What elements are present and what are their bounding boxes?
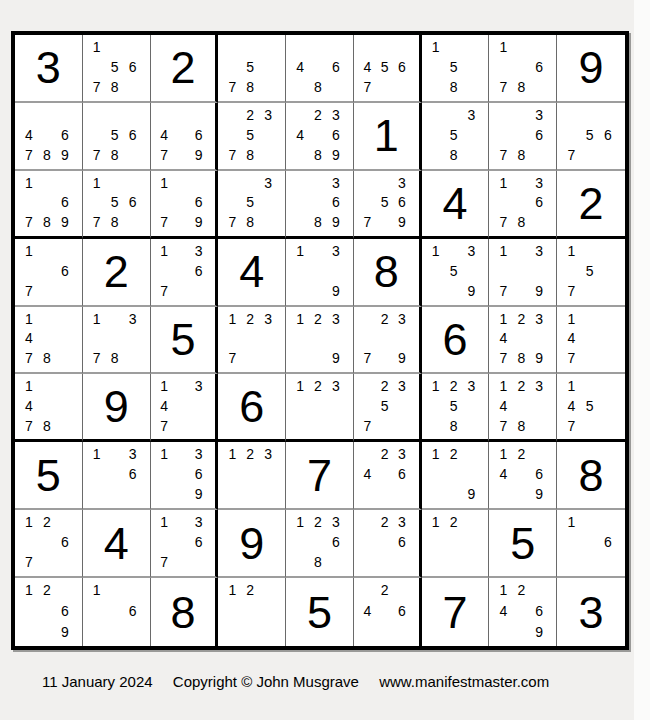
given-digit: 7 (422, 578, 489, 646)
cell-r6c9: 1457 (557, 374, 625, 442)
candidate-digit: 7 (494, 145, 512, 165)
cell-r3c7: 4 (422, 171, 490, 239)
candidate-digit: 6 (124, 125, 142, 145)
candidate-digit: 7 (20, 416, 38, 436)
candidate-digit: 7 (156, 212, 173, 232)
candidate-digit: 7 (156, 552, 173, 572)
candidate-grid: 1359 (422, 239, 489, 305)
candidate-digit: 3 (259, 309, 277, 329)
cell-r6c1: 1478 (15, 374, 83, 442)
cell-r6c5: 123 (286, 374, 354, 442)
candidate-digit: 8 (106, 212, 124, 232)
candidate-digit: 1 (562, 241, 580, 261)
cell-r2c7: 358 (422, 103, 490, 171)
cell-r7c5: 7 (286, 442, 354, 510)
candidate-grid: 12469 (489, 442, 556, 508)
candidate-digit: 1 (291, 241, 309, 261)
candidate-digit: 4 (359, 57, 376, 77)
candidate-digit: 2 (445, 376, 463, 396)
candidate-digit: 8 (38, 145, 56, 165)
candidate-digit: 8 (512, 77, 530, 97)
candidate-digit: 1 (20, 241, 38, 261)
cell-r1c7: 158 (422, 35, 490, 103)
candidate-digit: 2 (376, 376, 393, 396)
candidate-grid: 1679 (151, 171, 216, 236)
candidate-digit: 7 (223, 212, 241, 232)
cell-r2c5: 234689 (286, 103, 354, 171)
cell-r8c8: 5 (489, 510, 557, 578)
cell-r3c1: 16789 (15, 171, 83, 239)
candidate-digit: 3 (393, 512, 410, 532)
candidate-digit: 6 (124, 464, 142, 484)
candidate-grid: 1267 (15, 510, 82, 576)
candidate-digit: 7 (562, 416, 580, 436)
cell-r4c2: 2 (83, 239, 151, 307)
candidate-digit: 1 (562, 309, 580, 329)
candidate-digit: 7 (88, 145, 106, 165)
candidate-digit: 1 (88, 37, 106, 57)
candidate-digit: 5 (106, 192, 124, 212)
cell-r1c6: 4567 (354, 35, 422, 103)
candidate-digit: 8 (309, 145, 327, 165)
candidate-grid: 1457 (557, 374, 625, 439)
candidate-digit: 1 (88, 309, 106, 329)
candidate-digit: 2 (38, 512, 56, 532)
given-digit: 6 (422, 307, 489, 373)
footer-date: 11 January 2024 (42, 673, 153, 690)
candidate-digit: 7 (494, 281, 512, 301)
candidate-digit: 3 (530, 309, 548, 329)
candidate-grid: 1237 (218, 307, 285, 373)
candidate-digit: 3 (124, 444, 142, 464)
candidate-digit: 1 (156, 444, 173, 464)
candidate-digit: 7 (156, 416, 173, 436)
candidate-digit: 6 (530, 192, 548, 212)
candidate-digit: 7 (494, 416, 512, 436)
candidate-digit: 7 (88, 212, 106, 232)
candidate-digit: 8 (512, 348, 530, 368)
candidate-digit: 3 (327, 309, 345, 329)
candidate-grid: 12469 (489, 578, 556, 646)
candidate-grid: 136 (83, 442, 150, 508)
candidate-grid: 1269 (15, 578, 82, 646)
page-right-margin (634, 0, 650, 720)
candidate-digit: 5 (445, 396, 463, 416)
candidate-digit: 6 (124, 57, 142, 77)
candidate-digit: 7 (156, 281, 173, 301)
candidate-grid: 1367 (151, 239, 216, 305)
candidate-digit: 3 (393, 173, 410, 193)
given-digit: 7 (286, 442, 353, 508)
candidate-grid: 2346 (354, 442, 419, 508)
given-digit: 3 (557, 578, 625, 646)
cell-r7c7: 129 (422, 442, 490, 510)
candidate-digit: 2 (241, 105, 259, 125)
candidate-digit: 7 (20, 212, 38, 232)
candidate-digit: 3 (259, 444, 277, 464)
candidate-digit: 8 (241, 77, 259, 97)
candidate-digit: 1 (427, 512, 445, 532)
candidate-digit: 7 (88, 348, 106, 368)
candidate-digit: 3 (259, 105, 277, 125)
candidate-digit: 1 (156, 512, 173, 532)
candidate-digit: 3 (530, 376, 548, 396)
cell-r2c6: 1 (354, 103, 422, 171)
candidate-digit: 5 (445, 261, 463, 281)
candidate-digit: 2 (512, 580, 530, 601)
candidate-digit: 1 (88, 444, 106, 464)
candidate-grid: 1378 (83, 307, 150, 373)
candidate-digit: 6 (56, 601, 74, 622)
cell-r6c6: 2357 (354, 374, 422, 442)
candidate-digit: 1 (494, 241, 512, 261)
cell-r1c5: 468 (286, 35, 354, 103)
candidate-digit: 1 (494, 309, 512, 329)
given-digit: 5 (151, 307, 216, 373)
cell-r7c2: 136 (83, 442, 151, 510)
candidate-grid: 1367 (151, 510, 216, 576)
candidate-digit: 6 (327, 532, 345, 552)
candidate-digit: 6 (530, 57, 548, 77)
candidate-digit: 5 (106, 57, 124, 77)
candidate-digit: 5 (580, 125, 598, 145)
candidate-grid: 23578 (218, 103, 285, 169)
candidate-digit: 2 (309, 376, 327, 396)
cell-r1c3: 2 (151, 35, 219, 103)
cell-r2c8: 3678 (489, 103, 557, 171)
candidate-grid: 12 (218, 578, 285, 646)
candidate-grid: 12 (422, 510, 489, 576)
cell-r6c8: 123478 (489, 374, 557, 442)
candidate-grid: 16789 (15, 171, 82, 236)
given-digit: 8 (557, 442, 625, 508)
candidate-digit: 8 (38, 212, 56, 232)
candidate-digit: 7 (223, 145, 241, 165)
candidate-digit: 1 (494, 173, 512, 193)
candidate-digit: 7 (223, 77, 241, 97)
candidate-grid: 1478 (15, 374, 82, 439)
cell-r4c8: 1379 (489, 239, 557, 307)
candidate-digit: 6 (327, 57, 345, 77)
cell-r9c2: 16 (83, 578, 151, 646)
candidate-grid: 2357 (354, 374, 419, 439)
candidate-digit: 1 (427, 444, 445, 464)
candidate-digit: 9 (190, 145, 207, 165)
cell-r5c7: 6 (422, 307, 490, 375)
candidate-digit: 3 (327, 241, 345, 261)
cell-r1c4: 578 (218, 35, 286, 103)
cell-r7c3: 1369 (151, 442, 219, 510)
cell-r5c5: 1239 (286, 307, 354, 375)
cell-r2c3: 4679 (151, 103, 219, 171)
candidate-grid: 1678 (489, 35, 556, 101)
candidate-digit: 3 (190, 241, 207, 261)
footer-website: www.manifestmaster.com (379, 673, 549, 690)
candidate-digit: 2 (512, 376, 530, 396)
cell-r5c1: 1478 (15, 307, 83, 375)
candidate-digit: 7 (359, 77, 376, 97)
candidate-digit: 1 (223, 309, 241, 329)
candidate-digit: 8 (445, 77, 463, 97)
candidate-grid: 1478 (15, 307, 82, 373)
candidate-digit: 2 (241, 309, 259, 329)
given-digit: 5 (15, 442, 82, 508)
given-digit: 4 (83, 510, 150, 576)
candidate-digit: 9 (56, 212, 74, 232)
candidate-digit: 5 (106, 125, 124, 145)
candidate-digit: 1 (156, 376, 173, 396)
cell-r3c3: 1679 (151, 171, 219, 239)
candidate-digit: 9 (327, 145, 345, 165)
candidate-digit: 6 (56, 125, 74, 145)
candidate-digit: 6 (530, 125, 548, 145)
cell-r4c1: 167 (15, 239, 83, 307)
candidate-grid: 246 (354, 578, 419, 646)
candidate-digit: 1 (20, 173, 38, 193)
cell-r4c9: 157 (557, 239, 625, 307)
cell-r3c2: 15678 (83, 171, 151, 239)
given-digit: 8 (354, 239, 419, 305)
candidate-digit: 4 (156, 125, 173, 145)
cell-r7c9: 8 (557, 442, 625, 510)
candidate-digit: 3 (190, 512, 207, 532)
cell-r2c1: 46789 (15, 103, 83, 171)
cell-r7c4: 123 (218, 442, 286, 510)
candidate-digit: 7 (359, 212, 376, 232)
candidate-digit: 1 (20, 512, 38, 532)
candidate-digit: 9 (530, 484, 548, 504)
candidate-digit: 1 (291, 376, 309, 396)
cell-r8c4: 9 (218, 510, 286, 578)
candidate-grid: 13678 (489, 171, 556, 236)
candidate-digit: 8 (38, 416, 56, 436)
candidate-digit: 4 (291, 125, 309, 145)
cell-r8c5: 12368 (286, 510, 354, 578)
cell-r5c3: 5 (151, 307, 219, 375)
cell-r5c8: 1234789 (489, 307, 557, 375)
candidate-grid: 123 (286, 374, 353, 439)
candidate-digit: 9 (530, 348, 548, 368)
candidate-grid: 4567 (354, 35, 419, 101)
candidate-digit: 8 (241, 212, 259, 232)
candidate-digit: 9 (463, 484, 481, 504)
candidate-digit: 3 (327, 376, 345, 396)
given-digit: 2 (151, 35, 216, 101)
candidate-grid: 158 (422, 35, 489, 101)
candidate-digit: 1 (494, 580, 512, 601)
candidate-digit: 3 (463, 105, 481, 125)
candidate-digit: 1 (88, 580, 106, 601)
candidate-digit: 1 (88, 173, 106, 193)
candidate-digit: 7 (359, 348, 376, 368)
candidate-digit: 3 (190, 376, 207, 396)
candidate-digit: 8 (512, 145, 530, 165)
candidate-digit: 9 (393, 212, 410, 232)
candidate-grid: 167 (15, 239, 82, 305)
candidate-grid: 16 (557, 510, 625, 576)
cell-r1c9: 9 (557, 35, 625, 103)
candidate-digit: 7 (494, 212, 512, 232)
candidate-digit: 9 (327, 348, 345, 368)
candidate-digit: 9 (56, 621, 74, 642)
candidate-digit: 1 (427, 37, 445, 57)
candidate-digit: 1 (427, 376, 445, 396)
candidate-digit: 6 (530, 464, 548, 484)
candidate-digit: 8 (309, 212, 327, 232)
candidate-digit: 3 (393, 309, 410, 329)
candidate-digit: 3 (327, 512, 345, 532)
candidate-digit: 1 (291, 309, 309, 329)
candidate-digit: 6 (393, 601, 410, 622)
candidate-digit: 6 (530, 601, 548, 622)
candidate-digit: 2 (445, 512, 463, 532)
candidate-digit: 8 (106, 77, 124, 97)
candidate-digit: 3 (190, 444, 207, 464)
candidate-digit: 2 (241, 580, 259, 601)
candidate-grid: 147 (557, 307, 625, 373)
candidate-digit: 4 (494, 601, 512, 622)
candidate-digit: 2 (38, 580, 56, 601)
candidate-digit: 8 (445, 145, 463, 165)
candidate-digit: 6 (393, 192, 410, 212)
candidate-digit: 3 (530, 241, 548, 261)
candidate-digit: 5 (445, 57, 463, 77)
candidate-digit: 2 (376, 309, 393, 329)
candidate-grid: 3678 (489, 103, 556, 169)
cell-r2c9: 567 (557, 103, 625, 171)
candidate-digit: 7 (359, 416, 376, 436)
candidate-grid: 35679 (354, 171, 419, 236)
candidate-digit: 2 (309, 105, 327, 125)
candidate-grid: 5678 (83, 103, 150, 169)
candidate-digit: 9 (463, 281, 481, 301)
candidate-digit: 2 (445, 444, 463, 464)
candidate-digit: 5 (241, 192, 259, 212)
candidate-digit: 6 (190, 532, 207, 552)
candidate-digit: 8 (309, 77, 327, 97)
candidate-digit: 1 (562, 512, 580, 532)
given-digit: 5 (286, 578, 353, 646)
candidate-grid: 12368 (286, 510, 353, 576)
candidate-digit: 8 (309, 552, 327, 572)
candidate-digit: 1 (20, 376, 38, 396)
cell-r2c4: 23578 (218, 103, 286, 171)
candidate-digit: 4 (494, 464, 512, 484)
cell-r5c4: 1237 (218, 307, 286, 375)
cell-r8c9: 16 (557, 510, 625, 578)
candidate-digit: 5 (376, 192, 393, 212)
candidate-digit: 9 (530, 621, 548, 642)
candidate-grid: 129 (422, 442, 489, 508)
footer-copyright: Copyright © John Musgrave (173, 673, 359, 690)
candidate-grid: 2379 (354, 307, 419, 373)
candidate-grid: 4679 (151, 103, 216, 169)
cell-r4c6: 8 (354, 239, 422, 307)
cell-r1c8: 1678 (489, 35, 557, 103)
cell-r9c7: 7 (422, 578, 490, 646)
candidate-grid: 236 (354, 510, 419, 576)
candidate-digit: 8 (512, 212, 530, 232)
cell-r3c9: 2 (557, 171, 625, 239)
cell-r7c8: 12469 (489, 442, 557, 510)
cell-r1c2: 15678 (83, 35, 151, 103)
candidate-digit: 1 (20, 580, 38, 601)
candidate-digit: 1 (20, 309, 38, 329)
candidate-digit: 3 (530, 173, 548, 193)
candidate-digit: 8 (445, 416, 463, 436)
given-digit: 6 (218, 374, 285, 439)
candidate-digit: 2 (309, 512, 327, 532)
candidate-digit: 7 (223, 348, 241, 368)
candidate-digit: 6 (190, 261, 207, 281)
candidate-digit: 5 (376, 57, 393, 77)
candidate-digit: 3 (327, 173, 345, 193)
candidate-digit: 5 (241, 57, 259, 77)
candidate-grid: 46789 (15, 103, 82, 169)
candidate-digit: 7 (562, 281, 580, 301)
candidate-grid: 578 (218, 35, 285, 101)
candidate-digit: 2 (241, 444, 259, 464)
candidate-digit: 1 (427, 241, 445, 261)
candidate-digit: 5 (445, 125, 463, 145)
candidate-grid: 567 (557, 103, 625, 169)
cell-r5c6: 2379 (354, 307, 422, 375)
cell-r6c4: 6 (218, 374, 286, 442)
candidate-digit: 6 (599, 125, 617, 145)
cell-r8c2: 4 (83, 510, 151, 578)
candidate-digit: 7 (562, 145, 580, 165)
candidate-digit: 3 (463, 241, 481, 261)
candidate-grid: 123478 (489, 374, 556, 439)
cell-r9c3: 8 (151, 578, 219, 646)
cell-r1c1: 3 (15, 35, 83, 103)
cell-r3c4: 3578 (218, 171, 286, 239)
cell-r6c3: 1347 (151, 374, 219, 442)
sudoku-board: 3156782578468456715816789467895678467923… (11, 31, 629, 650)
candidate-grid: 468 (286, 35, 353, 101)
cell-r5c9: 147 (557, 307, 625, 375)
candidate-grid: 157 (557, 239, 625, 305)
candidate-digit: 2 (512, 309, 530, 329)
candidate-grid: 1234789 (489, 307, 556, 373)
candidate-grid: 358 (422, 103, 489, 169)
candidate-grid: 234689 (286, 103, 353, 169)
candidate-digit: 4 (156, 396, 173, 416)
candidate-digit: 1 (494, 37, 512, 57)
candidate-digit: 5 (580, 261, 598, 281)
candidate-grid: 139 (286, 239, 353, 305)
candidate-digit: 3 (124, 309, 142, 329)
cell-r8c3: 1367 (151, 510, 219, 578)
candidate-digit: 7 (20, 281, 38, 301)
candidate-digit: 5 (580, 396, 598, 416)
cell-r6c7: 12358 (422, 374, 490, 442)
candidate-digit: 2 (376, 580, 393, 601)
candidate-digit: 8 (241, 145, 259, 165)
candidate-digit: 1 (291, 512, 309, 532)
footer: 11 January 2024 Copyright © John Musgrav… (42, 673, 549, 690)
candidate-digit: 4 (494, 329, 512, 349)
candidate-digit: 8 (106, 348, 124, 368)
cell-r6c2: 9 (83, 374, 151, 442)
candidate-digit: 7 (20, 145, 38, 165)
candidate-digit: 2 (376, 444, 393, 464)
candidate-digit: 6 (124, 192, 142, 212)
cell-r8c7: 12 (422, 510, 490, 578)
candidate-digit: 6 (327, 125, 345, 145)
candidate-digit: 7 (20, 348, 38, 368)
cell-r9c9: 3 (557, 578, 625, 646)
